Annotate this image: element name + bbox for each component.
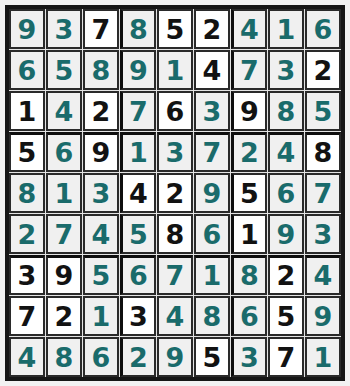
cell-r5c6[interactable]: 9: [194, 173, 230, 213]
cell-r8c6[interactable]: 8: [194, 296, 230, 336]
cell-r3c1: 1: [9, 91, 45, 131]
cell-r5c7: 5: [231, 173, 267, 213]
cell-r8c7[interactable]: 6: [231, 296, 267, 336]
cell-r8c8: 5: [268, 296, 304, 336]
cell-r6c2[interactable]: 7: [46, 214, 82, 254]
cell-r7c9[interactable]: 4: [305, 255, 341, 295]
cell-r1c4[interactable]: 8: [120, 9, 156, 49]
cell-r9c6: 5: [194, 337, 230, 377]
cell-r6c3[interactable]: 4: [83, 214, 119, 254]
cell-r9c8: 7: [268, 337, 304, 377]
cell-r2c3[interactable]: 8: [83, 50, 119, 90]
cell-r4c2[interactable]: 6: [46, 132, 82, 172]
cell-r2c1[interactable]: 6: [9, 50, 45, 90]
cell-r7c7[interactable]: 8: [231, 255, 267, 295]
cell-r8c2: 2: [46, 296, 82, 336]
cell-r7c2: 9: [46, 255, 82, 295]
cell-r8c1: 7: [9, 296, 45, 336]
cell-r4c3: 9: [83, 132, 119, 172]
cell-r1c7[interactable]: 4: [231, 9, 267, 49]
sudoku-board: 9378524166589147321427639855691372488134…: [5, 5, 345, 381]
cell-r5c5: 2: [157, 173, 193, 213]
cell-r6c5: 8: [157, 214, 193, 254]
cell-r1c2[interactable]: 3: [46, 9, 82, 49]
cell-r9c9[interactable]: 1: [305, 337, 341, 377]
cell-r5c3[interactable]: 3: [83, 173, 119, 213]
sudoku-page: 9378524166589147321427639855691372488134…: [0, 0, 350, 386]
cell-r2c5[interactable]: 1: [157, 50, 193, 90]
cell-r5c4: 4: [120, 173, 156, 213]
cell-r2c9: 2: [305, 50, 341, 90]
cell-r6c6[interactable]: 6: [194, 214, 230, 254]
cell-r2c4[interactable]: 9: [120, 50, 156, 90]
cell-r5c9[interactable]: 7: [305, 173, 341, 213]
cell-r7c1: 3: [9, 255, 45, 295]
cell-r2c8[interactable]: 3: [268, 50, 304, 90]
cell-r3c2[interactable]: 4: [46, 91, 82, 131]
cell-r3c3: 2: [83, 91, 119, 131]
cell-r3c6[interactable]: 3: [194, 91, 230, 131]
cell-r7c5[interactable]: 7: [157, 255, 193, 295]
cell-r4c4[interactable]: 1: [120, 132, 156, 172]
cell-r1c6: 2: [194, 9, 230, 49]
cell-r1c5: 5: [157, 9, 193, 49]
cell-r9c5[interactable]: 9: [157, 337, 193, 377]
cell-r4c7[interactable]: 2: [231, 132, 267, 172]
cell-r2c6: 4: [194, 50, 230, 90]
cell-r4c9: 8: [305, 132, 341, 172]
cell-r7c3[interactable]: 5: [83, 255, 119, 295]
cell-r4c6[interactable]: 7: [194, 132, 230, 172]
cell-r9c4[interactable]: 2: [120, 337, 156, 377]
cell-r8c4: 3: [120, 296, 156, 336]
cell-r6c1[interactable]: 2: [9, 214, 45, 254]
cell-r3c5: 6: [157, 91, 193, 131]
cell-r3c7: 9: [231, 91, 267, 131]
cell-r7c8: 2: [268, 255, 304, 295]
cell-r6c9[interactable]: 3: [305, 214, 341, 254]
cell-r9c7[interactable]: 3: [231, 337, 267, 377]
cell-r7c6[interactable]: 1: [194, 255, 230, 295]
cell-r5c8[interactable]: 6: [268, 173, 304, 213]
cell-r3c9[interactable]: 5: [305, 91, 341, 131]
cell-r4c5[interactable]: 3: [157, 132, 193, 172]
cell-r6c7: 1: [231, 214, 267, 254]
cell-r2c7[interactable]: 7: [231, 50, 267, 90]
cell-r9c2[interactable]: 8: [46, 337, 82, 377]
cell-r8c3[interactable]: 1: [83, 296, 119, 336]
cell-r8c9[interactable]: 9: [305, 296, 341, 336]
cell-r1c3: 7: [83, 9, 119, 49]
cell-r1c9[interactable]: 6: [305, 9, 341, 49]
cell-r6c8[interactable]: 9: [268, 214, 304, 254]
cell-r4c8[interactable]: 4: [268, 132, 304, 172]
cell-r1c1[interactable]: 9: [9, 9, 45, 49]
cell-r9c1[interactable]: 4: [9, 337, 45, 377]
cell-r8c5[interactable]: 4: [157, 296, 193, 336]
cell-r5c1[interactable]: 8: [9, 173, 45, 213]
cell-r4c1: 5: [9, 132, 45, 172]
cell-r7c4[interactable]: 6: [120, 255, 156, 295]
cell-r9c3[interactable]: 6: [83, 337, 119, 377]
cell-r3c4[interactable]: 7: [120, 91, 156, 131]
cell-r5c2[interactable]: 1: [46, 173, 82, 213]
cell-r1c8[interactable]: 1: [268, 9, 304, 49]
cell-r3c8[interactable]: 8: [268, 91, 304, 131]
cell-r6c4[interactable]: 5: [120, 214, 156, 254]
cell-r2c2[interactable]: 5: [46, 50, 82, 90]
